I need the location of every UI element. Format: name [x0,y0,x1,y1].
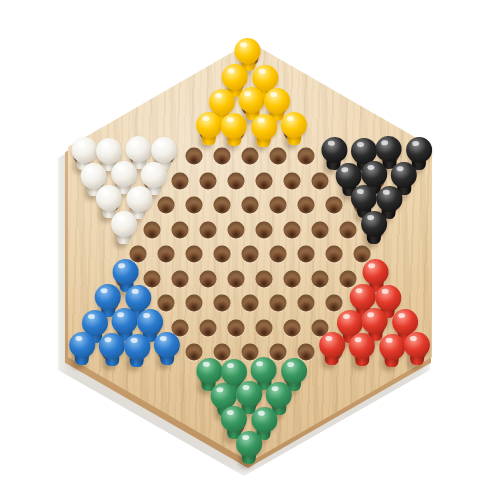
peg-ball [96,185,122,211]
peg-red[interactable] [404,332,431,370]
hole[interactable] [186,148,203,165]
peg-red[interactable] [348,333,375,372]
peg-ball [236,431,262,457]
peg-ball [234,37,262,65]
peg-green[interactable] [236,431,263,469]
hole[interactable] [312,221,329,238]
peg-ball [319,332,346,359]
peg-ball [281,357,307,383]
peg-white[interactable] [111,210,138,248]
peg-ball [348,333,375,360]
peg-red[interactable] [318,332,345,371]
peg-ball [250,356,278,384]
hole[interactable] [256,221,273,238]
peg-ball [236,381,263,408]
hole[interactable] [172,270,189,287]
peg-ball [94,284,121,311]
hole[interactable] [298,295,315,312]
hole[interactable] [172,221,189,238]
product-photo [0,0,500,500]
peg-ball [125,135,153,163]
peg-ball [361,210,387,236]
hole[interactable] [186,295,203,312]
hole[interactable] [256,172,273,189]
peg-yellow[interactable] [281,111,308,149]
peg-ball [362,258,390,286]
hole[interactable] [298,197,315,214]
peg-ball [221,63,248,90]
hole[interactable] [200,172,217,189]
hole[interactable] [242,246,259,263]
peg-ball [69,332,96,359]
peg-ball [124,333,151,360]
peg-ball [238,86,266,114]
hole[interactable] [228,172,245,189]
peg-ball [196,111,223,138]
hole[interactable] [228,270,245,287]
hole[interactable] [158,246,175,263]
hole[interactable] [228,221,245,238]
peg-ball [112,258,140,286]
peg-ball [351,185,377,211]
peg-ball [221,405,247,431]
hole[interactable] [326,246,343,263]
hole[interactable] [270,197,287,214]
peg-blue[interactable] [98,333,125,372]
hole[interactable] [200,270,217,287]
hole[interactable] [242,148,259,165]
hole[interactable] [242,295,259,312]
peg-ball [265,382,292,409]
peg-ball [126,185,154,213]
hole[interactable] [214,295,231,312]
peg-ball [98,333,125,360]
peg-ball [390,161,417,188]
peg-ball [392,308,418,334]
hole[interactable] [340,221,357,238]
peg-ball [281,111,307,137]
hole[interactable] [214,197,231,214]
hole[interactable] [270,246,287,263]
peg-yellow[interactable] [195,111,222,150]
hole[interactable] [256,270,273,287]
peg-ball [404,332,430,358]
hole[interactable] [242,197,259,214]
peg-ball [264,88,290,114]
hole[interactable] [326,197,343,214]
peg-yellow[interactable] [250,113,278,152]
hole[interactable] [256,319,273,336]
peg-ball [71,136,99,164]
hole[interactable] [284,172,301,189]
hole[interactable] [200,319,217,336]
peg-ball [379,333,406,360]
peg-ball [375,135,403,163]
hole[interactable] [228,319,245,336]
hole[interactable] [214,148,231,165]
peg-ball [196,357,224,385]
peg-ball [140,161,167,188]
hole[interactable] [298,148,315,165]
peg-ball [151,137,177,163]
peg-red[interactable] [378,333,406,372]
hole[interactable] [144,221,161,238]
peg-ball [406,137,432,163]
hole[interactable] [200,221,217,238]
peg-ball [220,112,247,139]
hole[interactable] [312,172,329,189]
hole[interactable] [312,270,329,287]
peg-blue[interactable] [68,332,95,371]
peg-ball [251,406,279,434]
hole[interactable] [284,221,301,238]
hole[interactable] [172,172,189,189]
peg-blue[interactable] [123,333,151,372]
peg-ball [111,160,138,187]
peg-black[interactable] [361,210,388,248]
peg-ball [111,210,137,236]
hole[interactable] [270,148,287,165]
peg-ball [111,307,139,335]
hole[interactable] [284,270,301,287]
peg-ball [349,284,376,311]
hole[interactable] [284,319,301,336]
hole[interactable] [158,197,175,214]
peg-ball [154,332,180,358]
peg-ball [361,160,388,187]
hole[interactable] [270,295,287,312]
hole[interactable] [186,246,203,263]
peg-ball [251,113,278,140]
peg-yellow[interactable] [220,112,247,151]
hole[interactable] [186,197,203,214]
peg-blue[interactable] [154,332,181,370]
hole[interactable] [298,246,315,263]
peg-ball [137,308,163,334]
peg-ball [361,307,389,335]
peg-ball [209,89,235,115]
peg-ball [321,136,349,164]
peg-ball [376,185,404,213]
hole[interactable] [214,246,231,263]
